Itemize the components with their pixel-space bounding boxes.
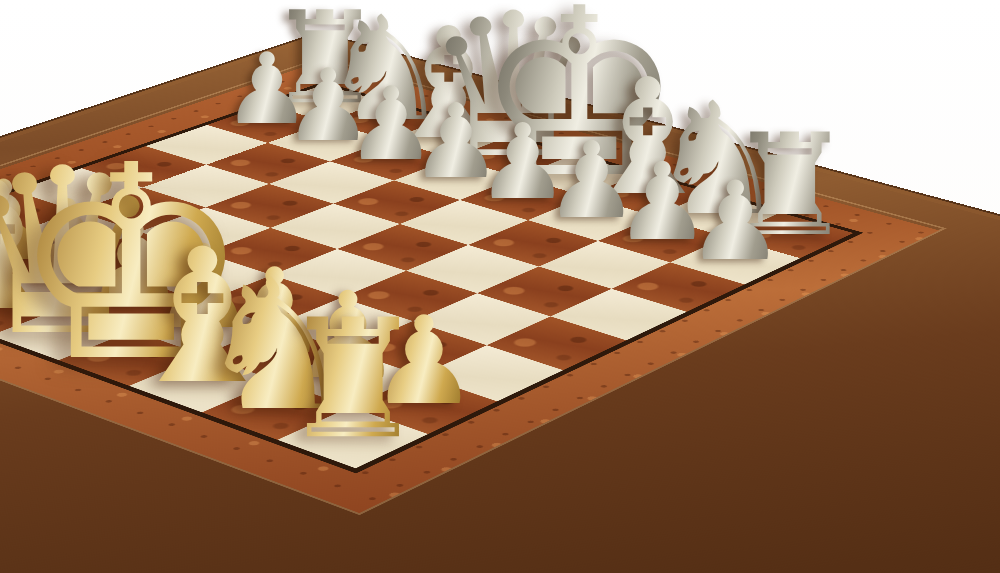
product-photo-stage: ♜♞♟♝♟♛♟♚♟♝♟♞♟♜♟♟♟♟♜♟♞♟♝♟♛♟♚♟♝♟♞♜ [0, 0, 1000, 573]
chess-board-case [0, 32, 1000, 573]
